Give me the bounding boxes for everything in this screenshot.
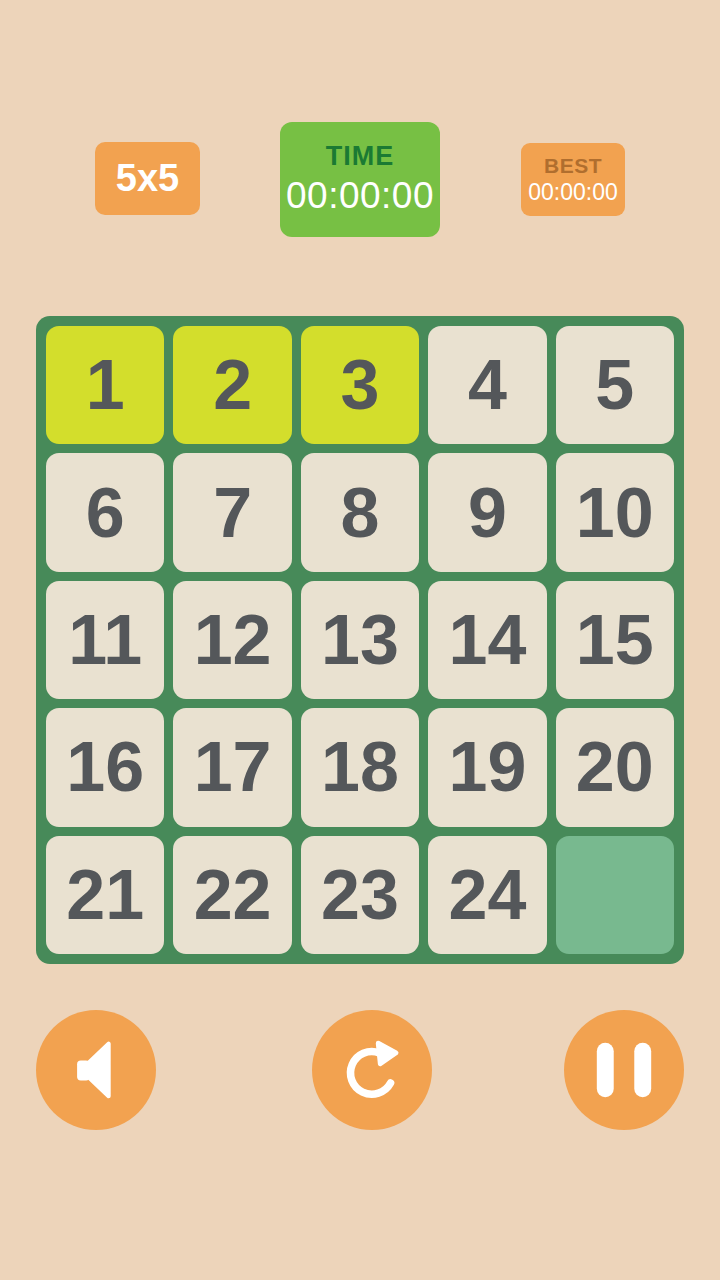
tile-2[interactable]: 2 bbox=[173, 326, 291, 444]
best-time-display: BEST 00:00:00 bbox=[521, 143, 625, 216]
tile-9[interactable]: 9 bbox=[428, 453, 546, 571]
time-value: 00:00:00 bbox=[286, 174, 434, 218]
tile-7[interactable]: 7 bbox=[173, 453, 291, 571]
tile-12[interactable]: 12 bbox=[173, 581, 291, 699]
tile-17[interactable]: 17 bbox=[173, 708, 291, 826]
tile-11[interactable]: 11 bbox=[46, 581, 164, 699]
time-label: TIME bbox=[326, 140, 395, 174]
restart-button[interactable] bbox=[312, 1010, 432, 1130]
tile-21[interactable]: 21 bbox=[46, 836, 164, 954]
tile-16[interactable]: 16 bbox=[46, 708, 164, 826]
tile-8[interactable]: 8 bbox=[301, 453, 419, 571]
grid-size-badge[interactable]: 5x5 bbox=[95, 142, 200, 215]
tile-20[interactable]: 20 bbox=[556, 708, 674, 826]
pause-button[interactable] bbox=[564, 1010, 684, 1130]
time-display: TIME 00:00:00 bbox=[280, 122, 440, 237]
tile-15[interactable]: 15 bbox=[556, 581, 674, 699]
empty-cell bbox=[556, 836, 674, 954]
grid-size-label: 5x5 bbox=[116, 157, 179, 200]
speaker-icon bbox=[75, 1036, 117, 1104]
pause-icon bbox=[595, 1041, 653, 1099]
tile-22[interactable]: 22 bbox=[173, 836, 291, 954]
tile-6[interactable]: 6 bbox=[46, 453, 164, 571]
tile-23[interactable]: 23 bbox=[301, 836, 419, 954]
tile-3[interactable]: 3 bbox=[301, 326, 419, 444]
tile-5[interactable]: 5 bbox=[556, 326, 674, 444]
best-value: 00:00:00 bbox=[528, 178, 618, 207]
tile-1[interactable]: 1 bbox=[46, 326, 164, 444]
tile-18[interactable]: 18 bbox=[301, 708, 419, 826]
tile-4[interactable]: 4 bbox=[428, 326, 546, 444]
puzzle-board: 123456789101112131415161718192021222324 bbox=[36, 316, 684, 964]
tile-14[interactable]: 14 bbox=[428, 581, 546, 699]
tile-10[interactable]: 10 bbox=[556, 453, 674, 571]
tile-13[interactable]: 13 bbox=[301, 581, 419, 699]
best-label: BEST bbox=[544, 153, 602, 178]
tile-24[interactable]: 24 bbox=[428, 836, 546, 954]
sound-button[interactable] bbox=[36, 1010, 156, 1130]
tile-19[interactable]: 19 bbox=[428, 708, 546, 826]
restart-icon bbox=[339, 1037, 405, 1103]
